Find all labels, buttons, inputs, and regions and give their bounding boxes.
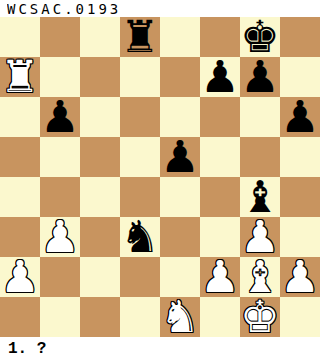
puzzle-id: WCSAC.0193 xyxy=(7,0,121,17)
square-f2[interactable]: ♟ xyxy=(200,257,240,297)
square-g2[interactable]: ♝ xyxy=(240,257,280,297)
black-pawn[interactable]: ♟ xyxy=(280,97,319,137)
square-f7[interactable]: ♟ xyxy=(200,57,240,97)
square-f5[interactable] xyxy=(200,137,240,177)
square-a8[interactable] xyxy=(0,17,40,57)
square-d2[interactable] xyxy=(120,257,160,297)
square-f1[interactable] xyxy=(200,297,240,337)
square-d1[interactable] xyxy=(120,297,160,337)
square-g3[interactable]: ♟ xyxy=(240,217,280,257)
white-rook[interactable]: ♜ xyxy=(0,57,39,97)
square-d7[interactable] xyxy=(120,57,160,97)
square-b6[interactable]: ♟ xyxy=(40,97,80,137)
square-h3[interactable] xyxy=(280,217,320,257)
black-pawn[interactable]: ♟ xyxy=(200,57,239,97)
square-g5[interactable] xyxy=(240,137,280,177)
square-e8[interactable] xyxy=(160,17,200,57)
square-a4[interactable] xyxy=(0,177,40,217)
black-king[interactable]: ♚ xyxy=(240,17,279,57)
square-c3[interactable] xyxy=(80,217,120,257)
square-a2[interactable]: ♟ xyxy=(0,257,40,297)
square-g4[interactable]: ♝ xyxy=(240,177,280,217)
square-b3[interactable]: ♟ xyxy=(40,217,80,257)
square-b2[interactable] xyxy=(40,257,80,297)
white-pawn[interactable]: ♟ xyxy=(0,257,39,297)
square-e5[interactable]: ♟ xyxy=(160,137,200,177)
square-g6[interactable] xyxy=(240,97,280,137)
square-e6[interactable] xyxy=(160,97,200,137)
square-d3[interactable]: ♞ xyxy=(120,217,160,257)
black-knight[interactable]: ♞ xyxy=(120,217,159,257)
square-e2[interactable] xyxy=(160,257,200,297)
square-e1[interactable]: ♞ xyxy=(160,297,200,337)
white-pawn[interactable]: ♟ xyxy=(40,217,79,257)
white-king[interactable]: ♚ xyxy=(240,297,279,337)
square-g8[interactable]: ♚ xyxy=(240,17,280,57)
square-g7[interactable]: ♟ xyxy=(240,57,280,97)
square-c7[interactable] xyxy=(80,57,120,97)
white-pawn[interactable]: ♟ xyxy=(200,257,239,297)
square-a6[interactable] xyxy=(0,97,40,137)
square-c1[interactable] xyxy=(80,297,120,337)
status-bar: 1. ? xyxy=(0,337,320,360)
square-c6[interactable] xyxy=(80,97,120,137)
white-pawn[interactable]: ♟ xyxy=(280,257,319,297)
chess-board: ♜♚♜♟♟♟♟♟♝♟♞♟♟♟♝♟♞♚ xyxy=(0,17,320,337)
white-bishop[interactable]: ♝ xyxy=(240,257,279,297)
square-h1[interactable] xyxy=(280,297,320,337)
black-rook[interactable]: ♜ xyxy=(120,17,159,57)
square-h6[interactable]: ♟ xyxy=(280,97,320,137)
square-h4[interactable] xyxy=(280,177,320,217)
square-g1[interactable]: ♚ xyxy=(240,297,280,337)
chess-app-window: WCSAC.0193 ♜♚♜♟♟♟♟♟♝♟♞♟♟♟♝♟♞♚ 1. ? xyxy=(0,0,320,360)
square-d8[interactable]: ♜ xyxy=(120,17,160,57)
square-d5[interactable] xyxy=(120,137,160,177)
square-f8[interactable] xyxy=(200,17,240,57)
title-bar: WCSAC.0193 xyxy=(0,0,320,17)
square-h8[interactable] xyxy=(280,17,320,57)
white-pawn[interactable]: ♟ xyxy=(240,217,279,257)
square-d4[interactable] xyxy=(120,177,160,217)
square-b5[interactable] xyxy=(40,137,80,177)
square-a3[interactable] xyxy=(0,217,40,257)
square-c4[interactable] xyxy=(80,177,120,217)
square-a7[interactable]: ♜ xyxy=(0,57,40,97)
move-prompt: 1. ? xyxy=(8,340,46,358)
square-f4[interactable] xyxy=(200,177,240,217)
black-pawn[interactable]: ♟ xyxy=(240,57,279,97)
square-a1[interactable] xyxy=(0,297,40,337)
black-bishop[interactable]: ♝ xyxy=(240,177,279,217)
square-c2[interactable] xyxy=(80,257,120,297)
square-e7[interactable] xyxy=(160,57,200,97)
black-pawn[interactable]: ♟ xyxy=(160,137,199,177)
black-pawn[interactable]: ♟ xyxy=(40,97,79,137)
square-e3[interactable] xyxy=(160,217,200,257)
square-h7[interactable] xyxy=(280,57,320,97)
square-b8[interactable] xyxy=(40,17,80,57)
square-h5[interactable] xyxy=(280,137,320,177)
square-d6[interactable] xyxy=(120,97,160,137)
square-a5[interactable] xyxy=(0,137,40,177)
square-b1[interactable] xyxy=(40,297,80,337)
square-c5[interactable] xyxy=(80,137,120,177)
white-knight[interactable]: ♞ xyxy=(160,297,199,337)
square-h2[interactable]: ♟ xyxy=(280,257,320,297)
square-f6[interactable] xyxy=(200,97,240,137)
square-e4[interactable] xyxy=(160,177,200,217)
square-f3[interactable] xyxy=(200,217,240,257)
square-b4[interactable] xyxy=(40,177,80,217)
square-c8[interactable] xyxy=(80,17,120,57)
square-b7[interactable] xyxy=(40,57,80,97)
